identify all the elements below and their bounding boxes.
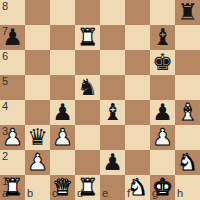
square-b1[interactable]: b (25, 175, 50, 200)
file-label-e: e (102, 188, 108, 199)
file-label-h: h (177, 188, 183, 199)
square-d4[interactable] (75, 100, 100, 125)
square-b7[interactable] (25, 25, 50, 50)
square-g5[interactable] (150, 75, 175, 100)
piece-white-pawn-c3[interactable]: ♟ (52, 125, 73, 150)
square-b6[interactable] (25, 50, 50, 75)
square-c1[interactable]: c♛ (50, 175, 75, 200)
square-b4[interactable] (25, 100, 50, 125)
piece-black-pawn-g4[interactable]: ♟ (152, 100, 173, 125)
piece-white-rook-d7[interactable]: ♜ (77, 25, 98, 50)
square-e4[interactable]: ♝ (100, 100, 125, 125)
square-b8[interactable] (25, 0, 50, 25)
piece-black-knight-d5[interactable]: ♞ (77, 75, 98, 100)
square-a8[interactable]: 8 (0, 0, 25, 25)
piece-white-pawn-a3[interactable]: ♟ (2, 125, 23, 150)
piece-black-bishop-g7[interactable]: ♝ (152, 25, 173, 50)
square-e6[interactable] (100, 50, 125, 75)
piece-white-rook-a1[interactable]: ♜ (2, 175, 23, 200)
square-d2[interactable] (75, 150, 100, 175)
square-e7[interactable] (100, 25, 125, 50)
square-g4[interactable]: ♟ (150, 100, 175, 125)
square-g3[interactable]: ♟ (150, 125, 175, 150)
square-a3[interactable]: 3♟ (0, 125, 25, 150)
square-e1[interactable]: e (100, 175, 125, 200)
square-d3[interactable] (75, 125, 100, 150)
piece-black-pawn-e2[interactable]: ♟ (102, 150, 123, 175)
square-h1[interactable]: h (175, 175, 200, 200)
square-d8[interactable] (75, 0, 100, 25)
piece-black-queen-b3[interactable]: ♛ (27, 125, 48, 150)
square-b3[interactable]: ♛ (25, 125, 50, 150)
rank-label-5: 5 (2, 76, 8, 87)
piece-black-king-g6[interactable]: ♚ (152, 50, 173, 75)
square-a4[interactable]: 4 (0, 100, 25, 125)
rank-label-8: 8 (2, 1, 8, 12)
square-h7[interactable] (175, 25, 200, 50)
piece-white-bishop-h4[interactable]: ♝ (177, 100, 198, 125)
piece-white-pawn-b2[interactable]: ♟ (27, 150, 48, 175)
rank-label-6: 6 (2, 51, 8, 62)
square-a6[interactable]: 6 (0, 50, 25, 75)
square-h3[interactable] (175, 125, 200, 150)
square-f1[interactable]: f♞ (125, 175, 150, 200)
square-f8[interactable] (125, 0, 150, 25)
piece-white-queen-c1[interactable]: ♛ (52, 175, 73, 200)
square-a5[interactable]: 5 (0, 75, 25, 100)
piece-black-pawn-a7[interactable]: ♟ (2, 25, 23, 50)
square-f6[interactable] (125, 50, 150, 75)
square-g8[interactable] (150, 0, 175, 25)
piece-white-pawn-g3[interactable]: ♟ (152, 125, 173, 150)
square-c7[interactable] (50, 25, 75, 50)
file-label-b: b (27, 188, 33, 199)
square-f3[interactable] (125, 125, 150, 150)
square-a2[interactable]: 2 (0, 150, 25, 175)
square-a7[interactable]: 7♟ (0, 25, 25, 50)
square-d6[interactable] (75, 50, 100, 75)
square-c6[interactable] (50, 50, 75, 75)
square-f4[interactable] (125, 100, 150, 125)
square-h2[interactable]: ♞ (175, 150, 200, 175)
square-d1[interactable]: d♜ (75, 175, 100, 200)
rank-label-4: 4 (2, 101, 8, 112)
square-e8[interactable] (100, 0, 125, 25)
square-c4[interactable]: ♟ (50, 100, 75, 125)
square-f5[interactable] (125, 75, 150, 100)
square-c5[interactable] (50, 75, 75, 100)
square-c3[interactable]: ♟ (50, 125, 75, 150)
square-c8[interactable] (50, 0, 75, 25)
square-e5[interactable] (100, 75, 125, 100)
piece-white-rook-d1[interactable]: ♜ (77, 175, 98, 200)
square-e2[interactable]: ♟ (100, 150, 125, 175)
square-e3[interactable] (100, 125, 125, 150)
square-c2[interactable] (50, 150, 75, 175)
piece-black-pawn-c4[interactable]: ♟ (52, 100, 73, 125)
square-g1[interactable]: g♚ (150, 175, 175, 200)
square-g7[interactable]: ♝ (150, 25, 175, 50)
chess-board: 8♜7♟♜♝6♚5♞4♟♝♟♝3♟♛♟♟2♟♟♞1a♜bc♛d♜ef♞g♚h (0, 0, 200, 200)
square-h5[interactable] (175, 75, 200, 100)
square-b2[interactable]: ♟ (25, 150, 50, 175)
square-h8[interactable]: ♜ (175, 0, 200, 25)
square-f2[interactable] (125, 150, 150, 175)
square-b5[interactable] (25, 75, 50, 100)
square-f7[interactable] (125, 25, 150, 50)
rank-label-2: 2 (2, 151, 8, 162)
piece-white-knight-h2[interactable]: ♞ (177, 150, 198, 175)
piece-white-king-g1[interactable]: ♚ (152, 175, 173, 200)
square-g2[interactable] (150, 150, 175, 175)
square-d7[interactable]: ♜ (75, 25, 100, 50)
square-h6[interactable] (175, 50, 200, 75)
piece-white-knight-f1[interactable]: ♞ (127, 175, 148, 200)
square-h4[interactable]: ♝ (175, 100, 200, 125)
square-d5[interactable]: ♞ (75, 75, 100, 100)
piece-black-bishop-e4[interactable]: ♝ (102, 100, 123, 125)
square-g6[interactable]: ♚ (150, 50, 175, 75)
square-a1[interactable]: 1a♜ (0, 175, 25, 200)
piece-black-rook-h8[interactable]: ♜ (177, 0, 198, 25)
